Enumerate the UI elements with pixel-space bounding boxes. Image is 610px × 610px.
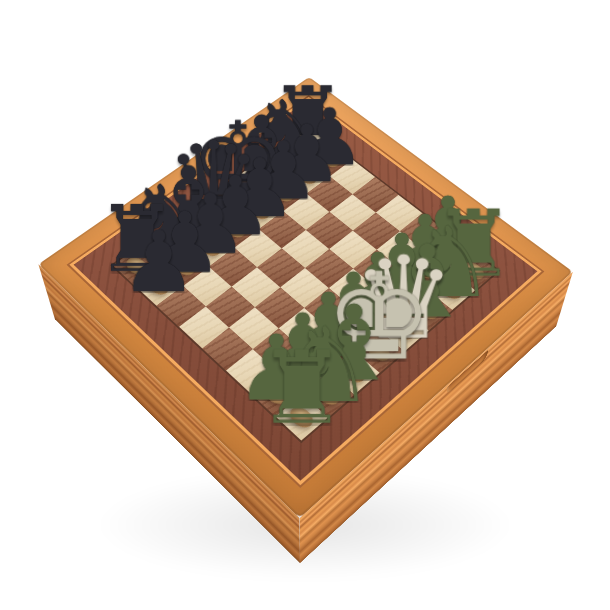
square-h7[interactable]: ♟ [135,266,184,306]
product-photo: ♜♟♟♜♞♟♟♞♝♟♟♝♚♟♟♛♛♟♟♚♝♟♟♝♞♟♟♞♜♟♟♜ [0,0,610,610]
chess-storage-box: ♜♟♟♜♞♟♟♞♝♟♟♝♚♟♟♛♛♟♟♚♝♟♟♝♞♟♟♞♜♟♟♜ [38,77,572,518]
scene-3d: ♜♟♟♜♞♟♟♞♝♟♟♝♚♟♟♛♛♟♟♚♝♟♟♝♞♟♟♞♜♟♟♜ [0,0,610,610]
box-top-rim: ♜♟♟♜♞♟♟♞♝♟♟♝♚♟♟♛♛♟♟♚♝♟♟♝♞♟♟♞♜♟♟♜ [38,77,572,518]
board-mahogany-border: ♜♟♟♜♞♟♟♞♝♟♟♝♚♟♟♛♛♟♟♚♝♟♟♝♞♟♟♞♜♟♟♜ [74,100,538,481]
square-h1[interactable]: ♜ [276,394,329,440]
